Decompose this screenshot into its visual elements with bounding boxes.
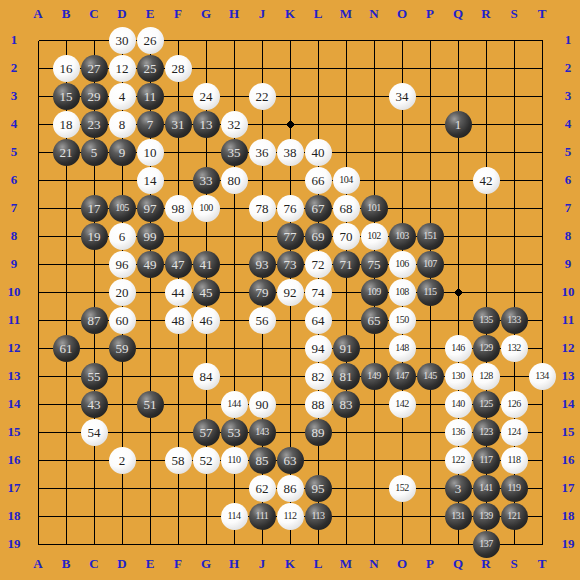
- stone-white-D8[interactable]: 6: [109, 223, 136, 250]
- intersection-H2[interactable]: [220, 54, 248, 82]
- intersection-F13[interactable]: [164, 362, 192, 390]
- intersection-S11[interactable]: 133: [500, 306, 528, 334]
- intersection-P1[interactable]: [416, 26, 444, 54]
- stone-black-N10[interactable]: 109: [361, 279, 388, 306]
- intersection-R13[interactable]: 128: [472, 362, 500, 390]
- intersection-G16[interactable]: 52: [192, 446, 220, 474]
- intersection-B8[interactable]: [52, 222, 80, 250]
- intersection-N11[interactable]: 65: [360, 306, 388, 334]
- intersection-M13[interactable]: 81: [332, 362, 360, 390]
- stone-white-L12[interactable]: 94: [305, 335, 332, 362]
- stone-white-L5[interactable]: 40: [305, 139, 332, 166]
- intersection-K3[interactable]: [276, 82, 304, 110]
- intersection-D16[interactable]: 2: [108, 446, 136, 474]
- intersection-T14[interactable]: [528, 390, 556, 418]
- intersection-M18[interactable]: [332, 502, 360, 530]
- stone-white-L11[interactable]: 64: [305, 307, 332, 334]
- stone-white-D4[interactable]: 8: [109, 111, 136, 138]
- intersection-J6[interactable]: [248, 166, 276, 194]
- stone-white-S15[interactable]: 124: [501, 419, 528, 446]
- intersection-M3[interactable]: [332, 82, 360, 110]
- intersection-N13[interactable]: 149: [360, 362, 388, 390]
- stone-black-Q18[interactable]: 131: [445, 503, 472, 530]
- intersection-G11[interactable]: 46: [192, 306, 220, 334]
- stone-black-R18[interactable]: 139: [473, 503, 500, 530]
- stone-white-O3[interactable]: 34: [389, 83, 416, 110]
- intersection-D2[interactable]: 12: [108, 54, 136, 82]
- intersection-L1[interactable]: [304, 26, 332, 54]
- intersection-D9[interactable]: 96: [108, 250, 136, 278]
- intersection-A6[interactable]: [24, 166, 52, 194]
- intersection-L2[interactable]: [304, 54, 332, 82]
- intersection-D15[interactable]: [108, 418, 136, 446]
- intersection-M12[interactable]: 91: [332, 334, 360, 362]
- stone-white-S14[interactable]: 126: [501, 391, 528, 418]
- stone-white-M8[interactable]: 70: [333, 223, 360, 250]
- intersection-H5[interactable]: 35: [220, 138, 248, 166]
- stone-black-D7[interactable]: 105: [109, 195, 136, 222]
- intersection-T11[interactable]: [528, 306, 556, 334]
- stone-black-G6[interactable]: 33: [193, 167, 220, 194]
- intersection-G7[interactable]: 100: [192, 194, 220, 222]
- intersection-E10[interactable]: [136, 278, 164, 306]
- intersection-J4[interactable]: [248, 110, 276, 138]
- intersection-Q4[interactable]: 1: [444, 110, 472, 138]
- intersection-S1[interactable]: [500, 26, 528, 54]
- intersection-R9[interactable]: [472, 250, 500, 278]
- stone-black-R15[interactable]: 123: [473, 419, 500, 446]
- intersection-B11[interactable]: [52, 306, 80, 334]
- intersection-J16[interactable]: 85: [248, 446, 276, 474]
- intersection-S19[interactable]: [500, 530, 528, 558]
- intersection-T4[interactable]: [528, 110, 556, 138]
- intersection-J3[interactable]: 22: [248, 82, 276, 110]
- stone-white-F11[interactable]: 48: [165, 307, 192, 334]
- intersection-Q8[interactable]: [444, 222, 472, 250]
- stone-black-J10[interactable]: 79: [249, 279, 276, 306]
- stone-black-G15[interactable]: 57: [193, 419, 220, 446]
- stone-white-J14[interactable]: 90: [249, 391, 276, 418]
- stone-black-D5[interactable]: 9: [109, 139, 136, 166]
- intersection-N2[interactable]: [360, 54, 388, 82]
- stone-black-G9[interactable]: 41: [193, 251, 220, 278]
- intersection-T18[interactable]: [528, 502, 556, 530]
- intersection-C15[interactable]: 54: [80, 418, 108, 446]
- intersection-P7[interactable]: [416, 194, 444, 222]
- intersection-F10[interactable]: 44: [164, 278, 192, 306]
- intersection-A13[interactable]: [24, 362, 52, 390]
- intersection-D3[interactable]: 4: [108, 82, 136, 110]
- intersection-B7[interactable]: [52, 194, 80, 222]
- intersection-H17[interactable]: [220, 474, 248, 502]
- intersection-M11[interactable]: [332, 306, 360, 334]
- intersection-A16[interactable]: [24, 446, 52, 474]
- intersection-N7[interactable]: 101: [360, 194, 388, 222]
- intersection-P2[interactable]: [416, 54, 444, 82]
- intersection-A9[interactable]: [24, 250, 52, 278]
- stone-white-R6[interactable]: 42: [473, 167, 500, 194]
- intersection-S7[interactable]: [500, 194, 528, 222]
- intersection-T12[interactable]: [528, 334, 556, 362]
- stone-black-C7[interactable]: 17: [81, 195, 108, 222]
- stone-black-B12[interactable]: 61: [53, 335, 80, 362]
- stone-black-C8[interactable]: 19: [81, 223, 108, 250]
- intersection-O9[interactable]: 106: [388, 250, 416, 278]
- stone-white-S16[interactable]: 118: [501, 447, 528, 474]
- intersection-Q19[interactable]: [444, 530, 472, 558]
- stone-white-F16[interactable]: 58: [165, 447, 192, 474]
- stone-black-G10[interactable]: 45: [193, 279, 220, 306]
- intersection-S10[interactable]: [500, 278, 528, 306]
- intersection-P3[interactable]: [416, 82, 444, 110]
- intersection-S14[interactable]: 126: [500, 390, 528, 418]
- intersection-K5[interactable]: 38: [276, 138, 304, 166]
- intersection-E19[interactable]: [136, 530, 164, 558]
- intersection-J11[interactable]: 56: [248, 306, 276, 334]
- intersection-H12[interactable]: [220, 334, 248, 362]
- stone-white-L6[interactable]: 66: [305, 167, 332, 194]
- stone-white-K17[interactable]: 86: [277, 475, 304, 502]
- intersection-O4[interactable]: [388, 110, 416, 138]
- intersection-H1[interactable]: [220, 26, 248, 54]
- intersection-C8[interactable]: 19: [80, 222, 108, 250]
- stone-white-G3[interactable]: 24: [193, 83, 220, 110]
- intersection-R7[interactable]: [472, 194, 500, 222]
- intersection-P14[interactable]: [416, 390, 444, 418]
- stone-black-B5[interactable]: 21: [53, 139, 80, 166]
- intersection-R15[interactable]: 123: [472, 418, 500, 446]
- stone-black-R16[interactable]: 117: [473, 447, 500, 474]
- intersection-D1[interactable]: 30: [108, 26, 136, 54]
- intersection-G1[interactable]: [192, 26, 220, 54]
- intersection-A5[interactable]: [24, 138, 52, 166]
- intersection-D17[interactable]: [108, 474, 136, 502]
- intersection-J12[interactable]: [248, 334, 276, 362]
- intersection-Q14[interactable]: 140: [444, 390, 472, 418]
- intersection-O11[interactable]: 150: [388, 306, 416, 334]
- intersection-F14[interactable]: [164, 390, 192, 418]
- intersection-E6[interactable]: 14: [136, 166, 164, 194]
- intersection-E4[interactable]: 7: [136, 110, 164, 138]
- intersection-K17[interactable]: 86: [276, 474, 304, 502]
- intersection-E18[interactable]: [136, 502, 164, 530]
- intersection-P16[interactable]: [416, 446, 444, 474]
- stone-white-O12[interactable]: 148: [389, 335, 416, 362]
- stone-white-M6[interactable]: 104: [333, 167, 360, 194]
- intersection-E7[interactable]: 97: [136, 194, 164, 222]
- intersection-A3[interactable]: [24, 82, 52, 110]
- intersection-R6[interactable]: 42: [472, 166, 500, 194]
- stone-black-S18[interactable]: 121: [501, 503, 528, 530]
- intersection-H15[interactable]: 53: [220, 418, 248, 446]
- intersection-P8[interactable]: 151: [416, 222, 444, 250]
- intersection-M6[interactable]: 104: [332, 166, 360, 194]
- stone-black-J9[interactable]: 93: [249, 251, 276, 278]
- intersection-H8[interactable]: [220, 222, 248, 250]
- stone-white-B2[interactable]: 16: [53, 55, 80, 82]
- intersection-E16[interactable]: [136, 446, 164, 474]
- stone-black-R11[interactable]: 135: [473, 307, 500, 334]
- intersection-H4[interactable]: 32: [220, 110, 248, 138]
- intersection-R4[interactable]: [472, 110, 500, 138]
- stone-white-C15[interactable]: 54: [81, 419, 108, 446]
- intersection-L17[interactable]: 95: [304, 474, 332, 502]
- intersection-C9[interactable]: [80, 250, 108, 278]
- intersection-O19[interactable]: [388, 530, 416, 558]
- intersection-G13[interactable]: 84: [192, 362, 220, 390]
- intersection-L18[interactable]: 113: [304, 502, 332, 530]
- stone-black-M9[interactable]: 71: [333, 251, 360, 278]
- intersection-A7[interactable]: [24, 194, 52, 222]
- intersection-B17[interactable]: [52, 474, 80, 502]
- intersection-Q6[interactable]: [444, 166, 472, 194]
- intersection-A11[interactable]: [24, 306, 52, 334]
- stone-white-N8[interactable]: 102: [361, 223, 388, 250]
- intersection-K15[interactable]: [276, 418, 304, 446]
- intersection-E12[interactable]: [136, 334, 164, 362]
- intersection-J15[interactable]: 143: [248, 418, 276, 446]
- intersection-F15[interactable]: [164, 418, 192, 446]
- stone-black-J15[interactable]: 143: [249, 419, 276, 446]
- intersection-O12[interactable]: 148: [388, 334, 416, 362]
- stone-white-J17[interactable]: 62: [249, 475, 276, 502]
- intersection-S4[interactable]: [500, 110, 528, 138]
- intersection-S6[interactable]: [500, 166, 528, 194]
- stone-white-H14[interactable]: 144: [221, 391, 248, 418]
- intersection-H13[interactable]: [220, 362, 248, 390]
- intersection-O13[interactable]: 147: [388, 362, 416, 390]
- intersection-K8[interactable]: 77: [276, 222, 304, 250]
- intersection-N16[interactable]: [360, 446, 388, 474]
- intersection-O2[interactable]: [388, 54, 416, 82]
- stone-black-L18[interactable]: 113: [305, 503, 332, 530]
- intersection-C10[interactable]: [80, 278, 108, 306]
- intersection-N1[interactable]: [360, 26, 388, 54]
- intersection-A2[interactable]: [24, 54, 52, 82]
- stone-white-T13[interactable]: 134: [529, 363, 556, 390]
- intersection-H11[interactable]: [220, 306, 248, 334]
- stone-black-M13[interactable]: 81: [333, 363, 360, 390]
- intersection-E1[interactable]: 26: [136, 26, 164, 54]
- intersection-R1[interactable]: [472, 26, 500, 54]
- stone-white-J3[interactable]: 22: [249, 83, 276, 110]
- intersection-M19[interactable]: [332, 530, 360, 558]
- intersection-F2[interactable]: 28: [164, 54, 192, 82]
- stone-black-L15[interactable]: 89: [305, 419, 332, 446]
- intersection-R18[interactable]: 139: [472, 502, 500, 530]
- stone-white-G16[interactable]: 52: [193, 447, 220, 474]
- intersection-O8[interactable]: 103: [388, 222, 416, 250]
- intersection-B14[interactable]: [52, 390, 80, 418]
- intersection-E9[interactable]: 49: [136, 250, 164, 278]
- stone-white-Q16[interactable]: 122: [445, 447, 472, 474]
- intersection-L11[interactable]: 64: [304, 306, 332, 334]
- intersection-S5[interactable]: [500, 138, 528, 166]
- intersection-Q18[interactable]: 131: [444, 502, 472, 530]
- intersection-N9[interactable]: 75: [360, 250, 388, 278]
- intersection-K4[interactable]: [276, 110, 304, 138]
- stone-white-F10[interactable]: 44: [165, 279, 192, 306]
- intersection-K13[interactable]: [276, 362, 304, 390]
- stone-black-Q17[interactable]: 3: [445, 475, 472, 502]
- stone-black-C13[interactable]: 55: [81, 363, 108, 390]
- stone-black-S11[interactable]: 133: [501, 307, 528, 334]
- intersection-R3[interactable]: [472, 82, 500, 110]
- intersection-G3[interactable]: 24: [192, 82, 220, 110]
- intersection-G9[interactable]: 41: [192, 250, 220, 278]
- intersection-R14[interactable]: 125: [472, 390, 500, 418]
- intersection-K14[interactable]: [276, 390, 304, 418]
- intersection-K19[interactable]: [276, 530, 304, 558]
- intersection-F18[interactable]: [164, 502, 192, 530]
- intersection-S15[interactable]: 124: [500, 418, 528, 446]
- intersection-L10[interactable]: 74: [304, 278, 332, 306]
- intersection-Q9[interactable]: [444, 250, 472, 278]
- intersection-G12[interactable]: [192, 334, 220, 362]
- intersection-B10[interactable]: [52, 278, 80, 306]
- stone-black-O13[interactable]: 147: [389, 363, 416, 390]
- intersection-F19[interactable]: [164, 530, 192, 558]
- intersection-B13[interactable]: [52, 362, 80, 390]
- intersection-B1[interactable]: [52, 26, 80, 54]
- intersection-P18[interactable]: [416, 502, 444, 530]
- intersection-D5[interactable]: 9: [108, 138, 136, 166]
- intersection-B12[interactable]: 61: [52, 334, 80, 362]
- stone-black-M12[interactable]: 91: [333, 335, 360, 362]
- intersection-K6[interactable]: [276, 166, 304, 194]
- stone-black-J16[interactable]: 85: [249, 447, 276, 474]
- intersection-H3[interactable]: [220, 82, 248, 110]
- stone-white-D2[interactable]: 12: [109, 55, 136, 82]
- stone-white-L10[interactable]: 74: [305, 279, 332, 306]
- stone-white-E1[interactable]: 26: [137, 27, 164, 54]
- stone-white-K10[interactable]: 92: [277, 279, 304, 306]
- stone-black-L7[interactable]: 67: [305, 195, 332, 222]
- stone-black-K8[interactable]: 77: [277, 223, 304, 250]
- stone-black-L17[interactable]: 95: [305, 475, 332, 502]
- intersection-M2[interactable]: [332, 54, 360, 82]
- intersection-H16[interactable]: 110: [220, 446, 248, 474]
- intersection-A17[interactable]: [24, 474, 52, 502]
- intersection-J13[interactable]: [248, 362, 276, 390]
- intersection-C17[interactable]: [80, 474, 108, 502]
- intersection-B16[interactable]: [52, 446, 80, 474]
- intersection-C3[interactable]: 29: [80, 82, 108, 110]
- intersection-Q3[interactable]: [444, 82, 472, 110]
- intersection-O14[interactable]: 142: [388, 390, 416, 418]
- stone-white-D11[interactable]: 60: [109, 307, 136, 334]
- intersection-L7[interactable]: 67: [304, 194, 332, 222]
- intersection-K11[interactable]: [276, 306, 304, 334]
- intersection-Q10[interactable]: [444, 278, 472, 306]
- intersection-D10[interactable]: 20: [108, 278, 136, 306]
- intersection-T19[interactable]: [528, 530, 556, 558]
- intersection-C18[interactable]: [80, 502, 108, 530]
- intersection-G8[interactable]: [192, 222, 220, 250]
- intersection-N3[interactable]: [360, 82, 388, 110]
- intersection-O17[interactable]: 152: [388, 474, 416, 502]
- intersection-C12[interactable]: [80, 334, 108, 362]
- intersection-N4[interactable]: [360, 110, 388, 138]
- intersection-P9[interactable]: 107: [416, 250, 444, 278]
- intersection-K12[interactable]: [276, 334, 304, 362]
- intersection-M15[interactable]: [332, 418, 360, 446]
- stone-black-M14[interactable]: 83: [333, 391, 360, 418]
- intersection-F4[interactable]: 31: [164, 110, 192, 138]
- stone-black-F9[interactable]: 47: [165, 251, 192, 278]
- intersection-N17[interactable]: [360, 474, 388, 502]
- stone-white-H18[interactable]: 114: [221, 503, 248, 530]
- intersection-Q17[interactable]: 3: [444, 474, 472, 502]
- stone-black-P8[interactable]: 151: [417, 223, 444, 250]
- intersection-M7[interactable]: 68: [332, 194, 360, 222]
- intersection-E15[interactable]: [136, 418, 164, 446]
- intersection-C11[interactable]: 87: [80, 306, 108, 334]
- stone-white-E6[interactable]: 14: [137, 167, 164, 194]
- stone-white-Q13[interactable]: 130: [445, 363, 472, 390]
- intersection-Q5[interactable]: [444, 138, 472, 166]
- intersection-B4[interactable]: 18: [52, 110, 80, 138]
- intersection-L15[interactable]: 89: [304, 418, 332, 446]
- intersection-H18[interactable]: 114: [220, 502, 248, 530]
- intersection-G6[interactable]: 33: [192, 166, 220, 194]
- intersection-L5[interactable]: 40: [304, 138, 332, 166]
- stone-white-O9[interactable]: 106: [389, 251, 416, 278]
- stone-white-H6[interactable]: 80: [221, 167, 248, 194]
- intersection-A19[interactable]: [24, 530, 52, 558]
- stone-white-G7[interactable]: 100: [193, 195, 220, 222]
- intersection-T7[interactable]: [528, 194, 556, 222]
- stone-white-J5[interactable]: 36: [249, 139, 276, 166]
- intersection-D11[interactable]: 60: [108, 306, 136, 334]
- intersection-J10[interactable]: 79: [248, 278, 276, 306]
- intersection-T16[interactable]: [528, 446, 556, 474]
- intersection-B19[interactable]: [52, 530, 80, 558]
- intersection-C2[interactable]: 27: [80, 54, 108, 82]
- intersection-B6[interactable]: [52, 166, 80, 194]
- intersection-H6[interactable]: 80: [220, 166, 248, 194]
- intersection-K2[interactable]: [276, 54, 304, 82]
- intersection-R16[interactable]: 117: [472, 446, 500, 474]
- intersection-F12[interactable]: [164, 334, 192, 362]
- intersection-P15[interactable]: [416, 418, 444, 446]
- intersection-P4[interactable]: [416, 110, 444, 138]
- stone-black-K9[interactable]: 73: [277, 251, 304, 278]
- intersection-T1[interactable]: [528, 26, 556, 54]
- stone-white-Q12[interactable]: 146: [445, 335, 472, 362]
- intersection-F5[interactable]: [164, 138, 192, 166]
- intersection-M5[interactable]: [332, 138, 360, 166]
- intersection-N10[interactable]: 109: [360, 278, 388, 306]
- stone-white-D9[interactable]: 96: [109, 251, 136, 278]
- intersection-M1[interactable]: [332, 26, 360, 54]
- stone-black-R17[interactable]: 141: [473, 475, 500, 502]
- stone-black-N9[interactable]: 75: [361, 251, 388, 278]
- intersection-R5[interactable]: [472, 138, 500, 166]
- intersection-D6[interactable]: [108, 166, 136, 194]
- stone-black-P10[interactable]: 115: [417, 279, 444, 306]
- stone-black-N7[interactable]: 101: [361, 195, 388, 222]
- intersection-T3[interactable]: [528, 82, 556, 110]
- intersection-J5[interactable]: 36: [248, 138, 276, 166]
- intersection-K9[interactable]: 73: [276, 250, 304, 278]
- intersection-L16[interactable]: [304, 446, 332, 474]
- intersection-K10[interactable]: 92: [276, 278, 304, 306]
- intersection-T15[interactable]: [528, 418, 556, 446]
- stone-black-E8[interactable]: 99: [137, 223, 164, 250]
- stone-black-K16[interactable]: 63: [277, 447, 304, 474]
- intersection-M4[interactable]: [332, 110, 360, 138]
